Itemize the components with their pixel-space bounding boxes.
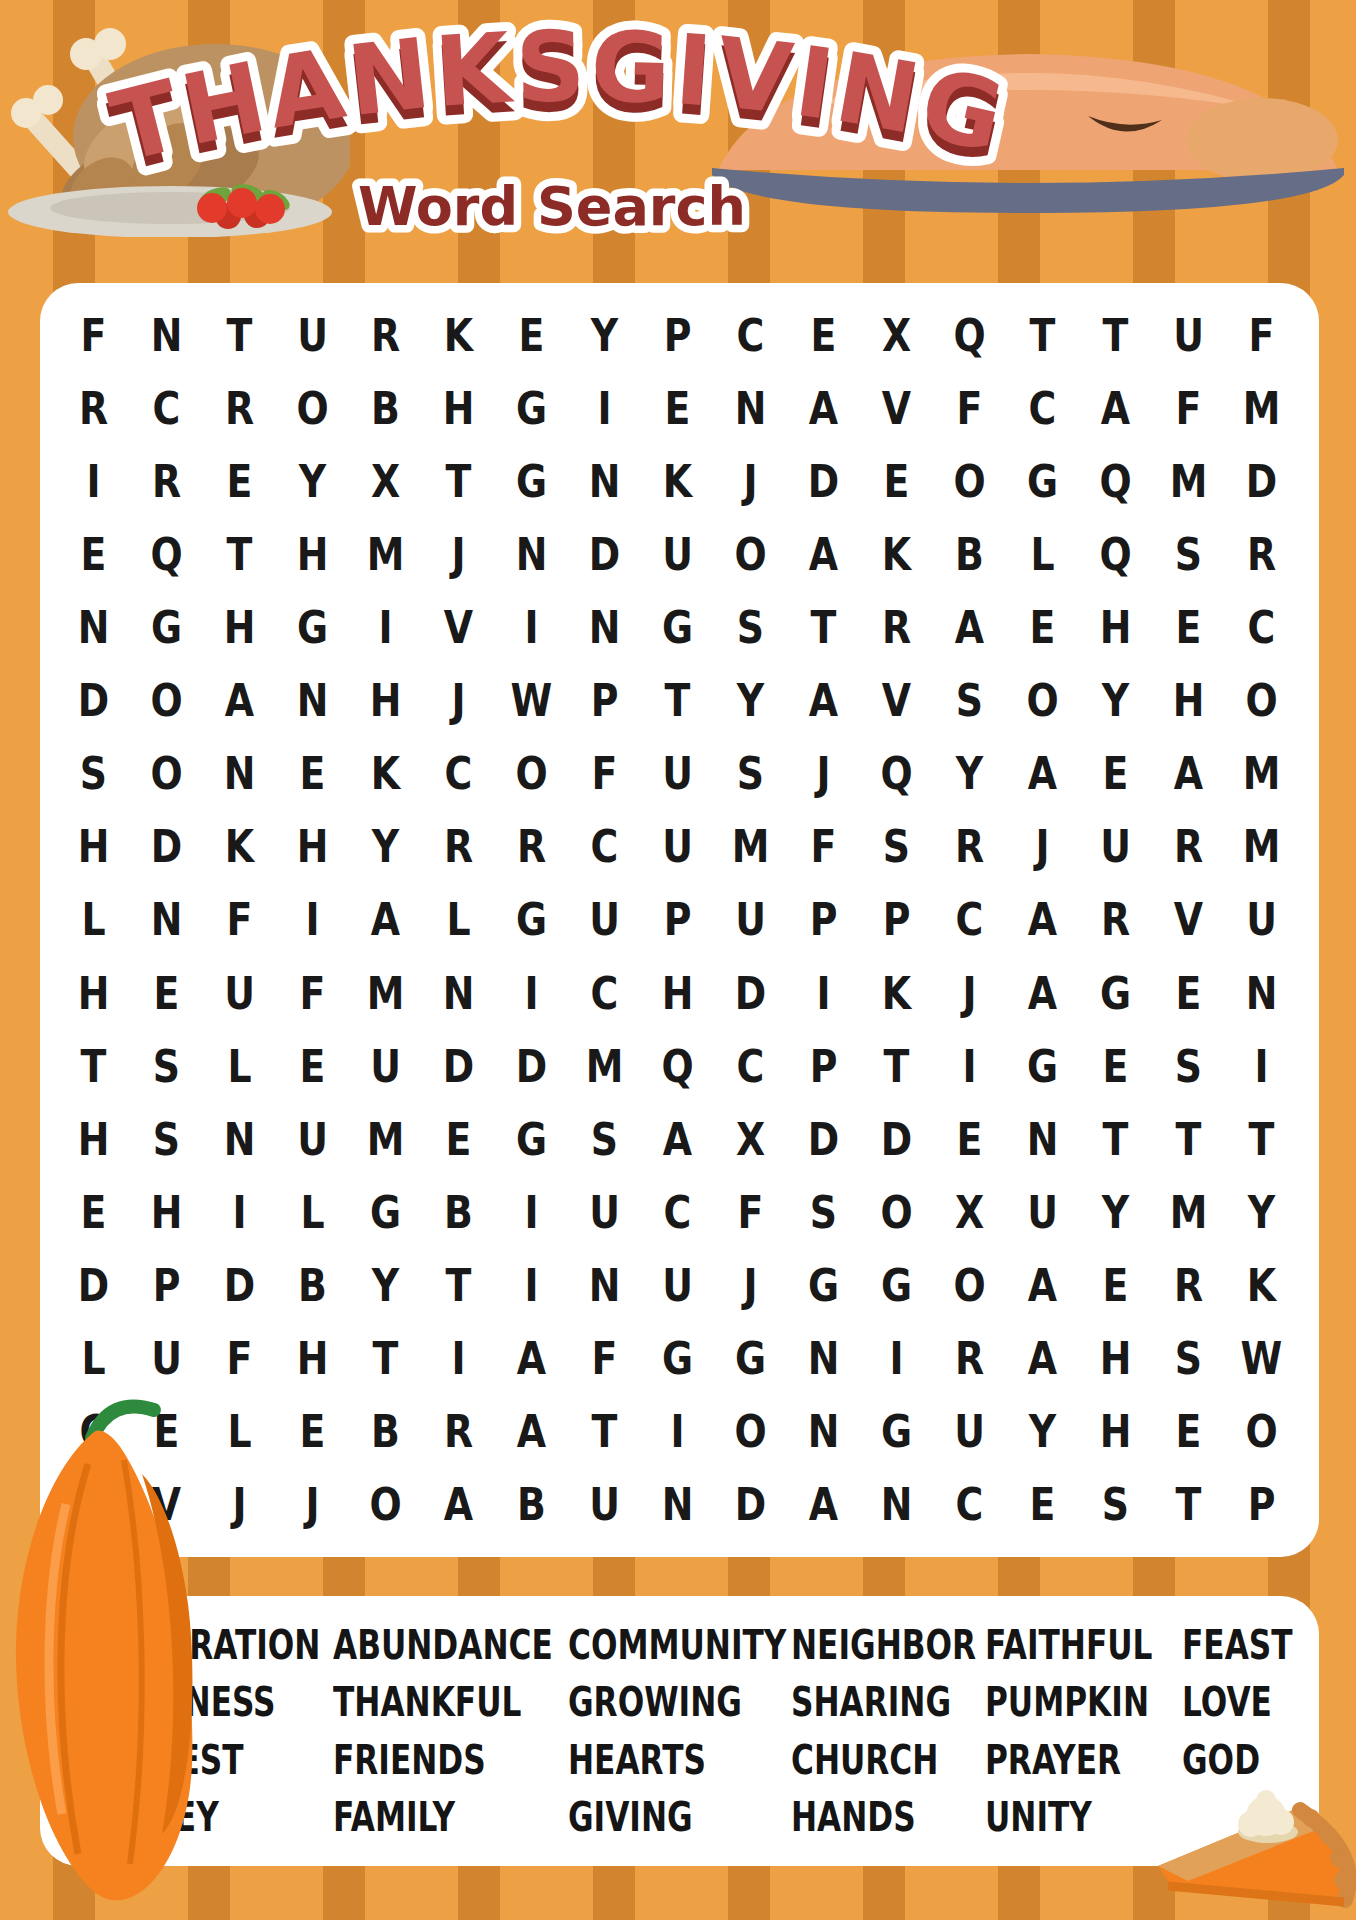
grid-cell[interactable]: V xyxy=(865,664,928,739)
grid-cell[interactable]: R xyxy=(938,1321,1001,1396)
grid-cell[interactable]: A xyxy=(1084,371,1147,446)
grid-cell[interactable]: O xyxy=(281,371,344,446)
grid-cell[interactable]: Q xyxy=(135,517,198,592)
grid-cell[interactable]: N xyxy=(500,517,563,592)
grid-cell[interactable]: A xyxy=(938,591,1001,666)
grid-cell[interactable]: K xyxy=(208,810,271,885)
grid-cell[interactable]: O xyxy=(135,737,198,812)
grid-cell[interactable]: N xyxy=(62,591,125,666)
grid-cell[interactable]: G xyxy=(865,1394,928,1469)
grid-cell[interactable]: D xyxy=(1230,444,1293,519)
word-list-item[interactable]: FAITHFUL xyxy=(985,1621,1139,1668)
grid-cell[interactable]: A xyxy=(646,1102,709,1177)
grid-cell[interactable]: D xyxy=(62,1248,125,1323)
word-list-item[interactable]: LOVE xyxy=(1182,1679,1293,1726)
grid-cell[interactable]: G xyxy=(500,444,563,519)
grid-cell[interactable]: F xyxy=(281,956,344,1031)
grid-cell[interactable]: J xyxy=(427,517,490,592)
grid-cell[interactable]: S xyxy=(719,591,782,666)
grid-cell[interactable]: M xyxy=(1157,1175,1220,1250)
grid-cell[interactable]: S xyxy=(1157,1321,1220,1396)
word-list-item[interactable]: SHARING xyxy=(791,1679,942,1726)
grid-cell[interactable]: C xyxy=(573,956,636,1031)
grid-cell[interactable]: N xyxy=(646,1467,709,1542)
grid-cell[interactable]: E xyxy=(1011,591,1074,666)
grid-cell[interactable]: T xyxy=(208,517,271,592)
word-list-item[interactable]: FEAST xyxy=(1182,1621,1293,1668)
grid-cell[interactable]: N xyxy=(135,883,198,958)
grid-cell[interactable]: M xyxy=(1157,444,1220,519)
grid-cell[interactable]: O xyxy=(1230,1394,1293,1469)
grid-cell[interactable]: U xyxy=(573,1175,636,1250)
grid-cell[interactable]: I xyxy=(281,883,344,958)
grid-cell[interactable]: H xyxy=(208,591,271,666)
grid-cell[interactable]: A xyxy=(792,664,855,739)
grid-cell[interactable]: E xyxy=(938,1102,1001,1177)
grid-cell[interactable]: H xyxy=(1084,591,1147,666)
grid-cell[interactable]: I xyxy=(938,1029,1001,1104)
grid-cell[interactable]: S xyxy=(1157,1029,1220,1104)
grid-cell[interactable]: X xyxy=(865,298,928,373)
grid-cell[interactable]: R xyxy=(135,444,198,519)
grid-cell[interactable]: S xyxy=(865,810,928,885)
grid-cell[interactable]: W xyxy=(500,664,563,739)
grid-cell[interactable]: C xyxy=(1230,591,1293,666)
grid-cell[interactable]: Q xyxy=(1084,517,1147,592)
grid-cell[interactable]: F xyxy=(1230,298,1293,373)
grid-cell[interactable]: C xyxy=(646,1175,709,1250)
grid-cell[interactable]: E xyxy=(1157,591,1220,666)
grid-cell[interactable]: R xyxy=(938,810,1001,885)
grid-cell[interactable]: N xyxy=(865,1467,928,1542)
grid-cell[interactable]: H xyxy=(427,371,490,446)
grid-cell[interactable]: N xyxy=(573,1248,636,1323)
grid-cell[interactable]: S xyxy=(719,737,782,812)
grid-cell[interactable]: U xyxy=(719,883,782,958)
grid-cell[interactable]: K xyxy=(865,956,928,1031)
grid-cell[interactable]: P xyxy=(646,883,709,958)
grid-cell[interactable]: I xyxy=(500,956,563,1031)
grid-cell[interactable]: H xyxy=(281,810,344,885)
grid-cell[interactable]: U xyxy=(573,883,636,958)
grid-cell[interactable]: N xyxy=(573,444,636,519)
grid-cell[interactable]: T xyxy=(865,1029,928,1104)
grid-cell[interactable]: A xyxy=(1011,1248,1074,1323)
grid-cell[interactable]: J xyxy=(1011,810,1074,885)
grid-cell[interactable]: C xyxy=(1011,371,1074,446)
grid-cell[interactable]: O xyxy=(719,1394,782,1469)
grid-cell[interactable]: K xyxy=(865,517,928,592)
grid-cell[interactable]: A xyxy=(792,517,855,592)
grid-cell[interactable]: C xyxy=(938,883,1001,958)
grid-cell[interactable]: I xyxy=(573,371,636,446)
grid-cell[interactable]: Q xyxy=(646,1029,709,1104)
grid-cell[interactable]: R xyxy=(500,810,563,885)
grid-cell[interactable]: G xyxy=(500,883,563,958)
grid-cell[interactable]: I xyxy=(354,591,417,666)
grid-cell[interactable]: Y xyxy=(281,444,344,519)
grid-cell[interactable]: N xyxy=(281,664,344,739)
grid-cell[interactable]: D xyxy=(500,1029,563,1104)
grid-cell[interactable]: V xyxy=(865,371,928,446)
grid-cell[interactable]: M xyxy=(1230,737,1293,812)
grid-cell[interactable]: O xyxy=(938,1248,1001,1323)
grid-cell[interactable]: L xyxy=(1011,517,1074,592)
grid-cell[interactable]: E xyxy=(281,1394,344,1469)
grid-cell[interactable]: I xyxy=(62,444,125,519)
grid-cell[interactable]: G xyxy=(500,371,563,446)
grid-cell[interactable]: F xyxy=(62,298,125,373)
grid-cell[interactable]: R xyxy=(427,1394,490,1469)
grid-cell[interactable]: M xyxy=(573,1029,636,1104)
grid-cell[interactable]: B xyxy=(427,1175,490,1250)
grid-cell[interactable]: C xyxy=(427,737,490,812)
grid-cell[interactable]: C xyxy=(719,298,782,373)
grid-cell[interactable]: P xyxy=(865,883,928,958)
grid-cell[interactable]: H xyxy=(646,956,709,1031)
grid-cell[interactable]: J xyxy=(792,737,855,812)
grid-cell[interactable]: M xyxy=(1230,371,1293,446)
grid-cell[interactable]: A xyxy=(500,1394,563,1469)
grid-cell[interactable]: N xyxy=(1011,1102,1074,1177)
grid-cell[interactable]: E xyxy=(1084,1248,1147,1323)
grid-cell[interactable]: E xyxy=(792,298,855,373)
grid-cell[interactable]: B xyxy=(354,371,417,446)
grid-cell[interactable]: K xyxy=(646,444,709,519)
grid-cell[interactable]: J xyxy=(427,664,490,739)
grid-cell[interactable]: P xyxy=(135,1248,198,1323)
word-list-item[interactable]: PRAYER xyxy=(985,1736,1139,1783)
grid-cell[interactable]: N xyxy=(208,1102,271,1177)
grid-cell[interactable]: C xyxy=(938,1467,1001,1542)
grid-cell[interactable]: I xyxy=(427,1321,490,1396)
grid-cell[interactable]: E xyxy=(281,737,344,812)
grid-cell[interactable]: T xyxy=(1157,1467,1220,1542)
word-list-item[interactable]: CHURCH xyxy=(791,1736,942,1783)
grid-cell[interactable]: N xyxy=(792,1394,855,1469)
grid-cell[interactable]: G xyxy=(792,1248,855,1323)
grid-cell[interactable]: P xyxy=(792,1029,855,1104)
grid-cell[interactable]: I xyxy=(1230,1029,1293,1104)
grid-cell[interactable]: Y xyxy=(1084,1175,1147,1250)
grid-cell[interactable]: U xyxy=(1230,883,1293,958)
grid-cell[interactable]: T xyxy=(1011,298,1074,373)
grid-cell[interactable]: R xyxy=(1157,1248,1220,1323)
grid-cell[interactable]: G xyxy=(646,591,709,666)
grid-cell[interactable]: H xyxy=(62,1102,125,1177)
grid-cell[interactable]: H xyxy=(1084,1394,1147,1469)
grid-cell[interactable]: F xyxy=(719,1175,782,1250)
word-list-item[interactable]: NEIGHBOR xyxy=(791,1621,942,1668)
grid-cell[interactable]: R xyxy=(1230,517,1293,592)
grid-cell[interactable]: T xyxy=(62,1029,125,1104)
grid-cell[interactable]: D xyxy=(719,956,782,1031)
grid-cell[interactable]: F xyxy=(792,810,855,885)
grid-cell[interactable]: U xyxy=(646,1248,709,1323)
grid-cell[interactable]: T xyxy=(792,591,855,666)
grid-cell[interactable]: U xyxy=(573,1467,636,1542)
grid-cell[interactable]: D xyxy=(719,1467,782,1542)
grid-cell[interactable]: T xyxy=(427,444,490,519)
grid-cell[interactable]: E xyxy=(135,956,198,1031)
grid-cell[interactable]: Y xyxy=(938,737,1001,812)
grid-cell[interactable]: O xyxy=(1011,664,1074,739)
grid-cell[interactable]: G xyxy=(1084,956,1147,1031)
grid-cell[interactable]: E xyxy=(1084,737,1147,812)
grid-cell[interactable]: U xyxy=(1084,810,1147,885)
grid-cell[interactable]: D xyxy=(792,444,855,519)
grid-cell[interactable]: Y xyxy=(354,1248,417,1323)
grid-cell[interactable]: I xyxy=(500,1248,563,1323)
grid-cell[interactable]: N xyxy=(1230,956,1293,1031)
grid-cell[interactable]: A xyxy=(427,1467,490,1542)
grid-cell[interactable]: D xyxy=(427,1029,490,1104)
grid-cell[interactable]: U xyxy=(646,737,709,812)
grid-cell[interactable]: T xyxy=(354,1321,417,1396)
word-list-item[interactable]: HANDS xyxy=(791,1794,942,1841)
grid-cell[interactable]: K xyxy=(354,737,417,812)
grid-cell[interactable]: H xyxy=(62,956,125,1031)
grid-cell[interactable]: L xyxy=(427,883,490,958)
grid-cell[interactable]: B xyxy=(500,1467,563,1542)
grid-cell[interactable]: R xyxy=(1084,883,1147,958)
grid-cell[interactable]: N xyxy=(573,591,636,666)
grid-cell[interactable]: F xyxy=(938,371,1001,446)
grid-cell[interactable]: I xyxy=(500,1175,563,1250)
grid-cell[interactable]: J xyxy=(719,1248,782,1323)
grid-cell[interactable]: R xyxy=(1157,810,1220,885)
grid-cell[interactable]: U xyxy=(281,1102,344,1177)
grid-cell[interactable]: K xyxy=(427,298,490,373)
grid-cell[interactable]: L xyxy=(281,1175,344,1250)
word-list-item[interactable]: FAMILY xyxy=(333,1794,516,1841)
word-list-item[interactable]: PUMPKIN xyxy=(985,1679,1139,1726)
grid-cell[interactable]: S xyxy=(135,1029,198,1104)
grid-cell[interactable]: U xyxy=(1011,1175,1074,1250)
grid-cell[interactable]: H xyxy=(1157,664,1220,739)
grid-cell[interactable]: R xyxy=(865,591,928,666)
grid-cell[interactable]: U xyxy=(1157,298,1220,373)
grid-cell[interactable]: O xyxy=(865,1175,928,1250)
grid-cell[interactable]: E xyxy=(62,517,125,592)
grid-cell[interactable]: X xyxy=(719,1102,782,1177)
word-list-item[interactable]: GROWING xyxy=(568,1679,742,1726)
grid-cell[interactable]: B xyxy=(938,517,1001,592)
word-list-item[interactable]: HEARTS xyxy=(568,1736,742,1783)
grid-cell[interactable]: R xyxy=(62,371,125,446)
grid-cell[interactable]: F xyxy=(208,883,271,958)
grid-cell[interactable]: D xyxy=(865,1102,928,1177)
grid-cell[interactable]: S xyxy=(1084,1467,1147,1542)
grid-cell[interactable]: Y xyxy=(573,298,636,373)
word-list-item[interactable]: THANKFUL xyxy=(333,1679,516,1726)
grid-cell[interactable]: U xyxy=(281,298,344,373)
grid-cell[interactable]: P xyxy=(792,883,855,958)
grid-cell[interactable]: T xyxy=(208,298,271,373)
grid-cell[interactable]: R xyxy=(354,298,417,373)
grid-cell[interactable]: W xyxy=(1230,1321,1293,1396)
grid-cell[interactable]: C xyxy=(719,1029,782,1104)
grid-cell[interactable]: E xyxy=(427,1102,490,1177)
grid-cell[interactable]: A xyxy=(1011,737,1074,812)
grid-cell[interactable]: N xyxy=(135,298,198,373)
grid-cell[interactable]: H xyxy=(135,1175,198,1250)
grid-cell[interactable]: S xyxy=(938,664,1001,739)
grid-cell[interactable]: M xyxy=(354,517,417,592)
grid-cell[interactable]: A xyxy=(354,883,417,958)
page-subtitle: Word Search xyxy=(358,175,746,237)
grid-cell[interactable]: E xyxy=(62,1175,125,1250)
grid-cell[interactable]: C xyxy=(573,810,636,885)
grid-cell[interactable]: E xyxy=(1157,1394,1220,1469)
grid-cell[interactable]: S xyxy=(135,1102,198,1177)
grid-cell[interactable]: M xyxy=(354,956,417,1031)
word-list-item[interactable]: COMMUNITY xyxy=(568,1621,742,1668)
grid-cell[interactable]: T xyxy=(1157,1102,1220,1177)
grid-cell[interactable]: A xyxy=(1011,883,1074,958)
grid-cell[interactable]: Y xyxy=(1230,1175,1293,1250)
grid-cell[interactable]: P xyxy=(573,664,636,739)
grid-cell[interactable]: S xyxy=(573,1102,636,1177)
grid-cell[interactable]: U xyxy=(938,1394,1001,1469)
grid-cell[interactable]: E xyxy=(281,1029,344,1104)
grid-cell[interactable]: H xyxy=(1084,1321,1147,1396)
grid-cell[interactable]: E xyxy=(500,298,563,373)
grid-cell[interactable]: T xyxy=(1230,1102,1293,1177)
grid-cell[interactable]: U xyxy=(208,956,271,1031)
grid-cell[interactable]: B xyxy=(281,1248,344,1323)
grid-cell[interactable]: S xyxy=(1157,517,1220,592)
grid-cell[interactable]: G xyxy=(281,591,344,666)
word-list-item[interactable]: UNITY xyxy=(985,1794,1139,1841)
grid-cell[interactable]: E xyxy=(1011,1467,1074,1542)
grid-cell[interactable]: A xyxy=(1157,737,1220,812)
grid-cell[interactable]: G xyxy=(865,1248,928,1323)
grid-cell[interactable]: H xyxy=(354,664,417,739)
grid-cell[interactable]: N xyxy=(792,1321,855,1396)
grid-cell[interactable]: Q xyxy=(865,737,928,812)
grid-cell[interactable]: E xyxy=(646,371,709,446)
grid-cell[interactable]: G xyxy=(1011,1029,1074,1104)
grid-cell[interactable]: I xyxy=(500,591,563,666)
grid-cell[interactable]: E xyxy=(208,444,271,519)
word-list-item[interactable]: FRIENDS xyxy=(333,1736,516,1783)
grid-cell[interactable]: H xyxy=(281,517,344,592)
grid-cell[interactable]: I xyxy=(865,1321,928,1396)
grid-cell[interactable]: U xyxy=(646,517,709,592)
grid-cell[interactable]: T xyxy=(1084,298,1147,373)
grid-cell[interactable]: O xyxy=(135,664,198,739)
grid-cell[interactable]: M xyxy=(354,1102,417,1177)
grid-cell[interactable]: T xyxy=(646,664,709,739)
grid-cell[interactable]: T xyxy=(427,1248,490,1323)
grid-cell[interactable]: J xyxy=(281,1467,344,1542)
grid-cell[interactable]: Q xyxy=(938,298,1001,373)
grid-cell[interactable]: E xyxy=(1084,1029,1147,1104)
grid-cell[interactable]: O xyxy=(500,737,563,812)
grid-cell[interactable]: O xyxy=(938,444,1001,519)
grid-cell[interactable]: D xyxy=(62,664,125,739)
grid-cell[interactable]: U xyxy=(646,810,709,885)
grid-cell[interactable]: P xyxy=(646,298,709,373)
word-list-item[interactable]: ABUNDANCE xyxy=(333,1621,516,1668)
grid-cell[interactable]: C xyxy=(135,371,198,446)
grid-cell[interactable]: L xyxy=(208,1029,271,1104)
grid-cell[interactable]: N xyxy=(208,737,271,812)
grid-cell[interactable]: S xyxy=(792,1175,855,1250)
word-list-item[interactable]: GIVING xyxy=(568,1794,742,1841)
grid-cell[interactable]: O xyxy=(1230,664,1293,739)
grid-cell[interactable]: I xyxy=(792,956,855,1031)
grid-cell[interactable]: G xyxy=(719,1321,782,1396)
grid-cell[interactable]: Y xyxy=(719,664,782,739)
grid-cell[interactable]: J xyxy=(938,956,1001,1031)
grid-cell[interactable]: N xyxy=(719,371,782,446)
grid-cell[interactable]: O xyxy=(719,517,782,592)
grid-cell[interactable]: A xyxy=(1011,956,1074,1031)
grid-cell[interactable]: H xyxy=(281,1321,344,1396)
grid-cell[interactable]: Y xyxy=(354,810,417,885)
grid-cell[interactable]: T xyxy=(573,1394,636,1469)
grid-cell[interactable]: S xyxy=(62,737,125,812)
grid-cell[interactable]: O xyxy=(354,1467,417,1542)
grid-cell[interactable]: V xyxy=(1157,883,1220,958)
grid-cell[interactable]: A xyxy=(208,664,271,739)
grid-cell[interactable]: K xyxy=(1230,1248,1293,1323)
grid-cell[interactable]: X xyxy=(354,444,417,519)
grid-cell[interactable]: B xyxy=(354,1394,417,1469)
grid-cell[interactable]: D xyxy=(135,810,198,885)
grid-cell[interactable]: Y xyxy=(1011,1394,1074,1469)
grid-cell[interactable]: V xyxy=(427,591,490,666)
grid-cell[interactable]: D xyxy=(208,1248,271,1323)
grid-cell[interactable]: F xyxy=(573,737,636,812)
grid-cell[interactable]: G xyxy=(354,1175,417,1250)
grid-cell[interactable]: X xyxy=(938,1175,1001,1250)
grid-cell[interactable]: T xyxy=(1084,1102,1147,1177)
grid-cell[interactable]: R xyxy=(427,810,490,885)
grid-cell[interactable]: D xyxy=(573,517,636,592)
grid-cell[interactable]: G xyxy=(500,1102,563,1177)
grid-cell[interactable]: I xyxy=(208,1175,271,1250)
grid-cell[interactable]: A xyxy=(792,371,855,446)
grid-cell[interactable]: Y xyxy=(1084,664,1147,739)
grid-cell[interactable]: M xyxy=(719,810,782,885)
grid-cell[interactable]: E xyxy=(1157,956,1220,1031)
grid-cell[interactable]: E xyxy=(865,444,928,519)
grid-cell[interactable]: P xyxy=(1230,1467,1293,1542)
grid-cell[interactable]: A xyxy=(1011,1321,1074,1396)
grid-cell[interactable]: J xyxy=(719,444,782,519)
grid-cell[interactable]: F xyxy=(1157,371,1220,446)
grid-cell[interactable]: N xyxy=(427,956,490,1031)
grid-cell[interactable]: G xyxy=(135,591,198,666)
grid-cell[interactable]: M xyxy=(1230,810,1293,885)
grid-cell[interactable]: A xyxy=(500,1321,563,1396)
grid-cell[interactable]: A xyxy=(792,1467,855,1542)
grid-cell[interactable]: D xyxy=(792,1102,855,1177)
word-list-panel: CELEBRATIONGOODNESSHARVESTTURKEYABUNDANC… xyxy=(40,1596,1319,1866)
grid-cell[interactable]: L xyxy=(62,883,125,958)
grid-cell[interactable]: U xyxy=(354,1029,417,1104)
grid-cell[interactable]: Q xyxy=(1084,444,1147,519)
grid-cell[interactable]: H xyxy=(62,810,125,885)
grid-cell[interactable]: F xyxy=(573,1321,636,1396)
grid-cell[interactable]: G xyxy=(646,1321,709,1396)
grid-cell[interactable]: G xyxy=(1011,444,1074,519)
grid-cell[interactable]: R xyxy=(208,371,271,446)
grid-cell[interactable]: I xyxy=(646,1394,709,1469)
